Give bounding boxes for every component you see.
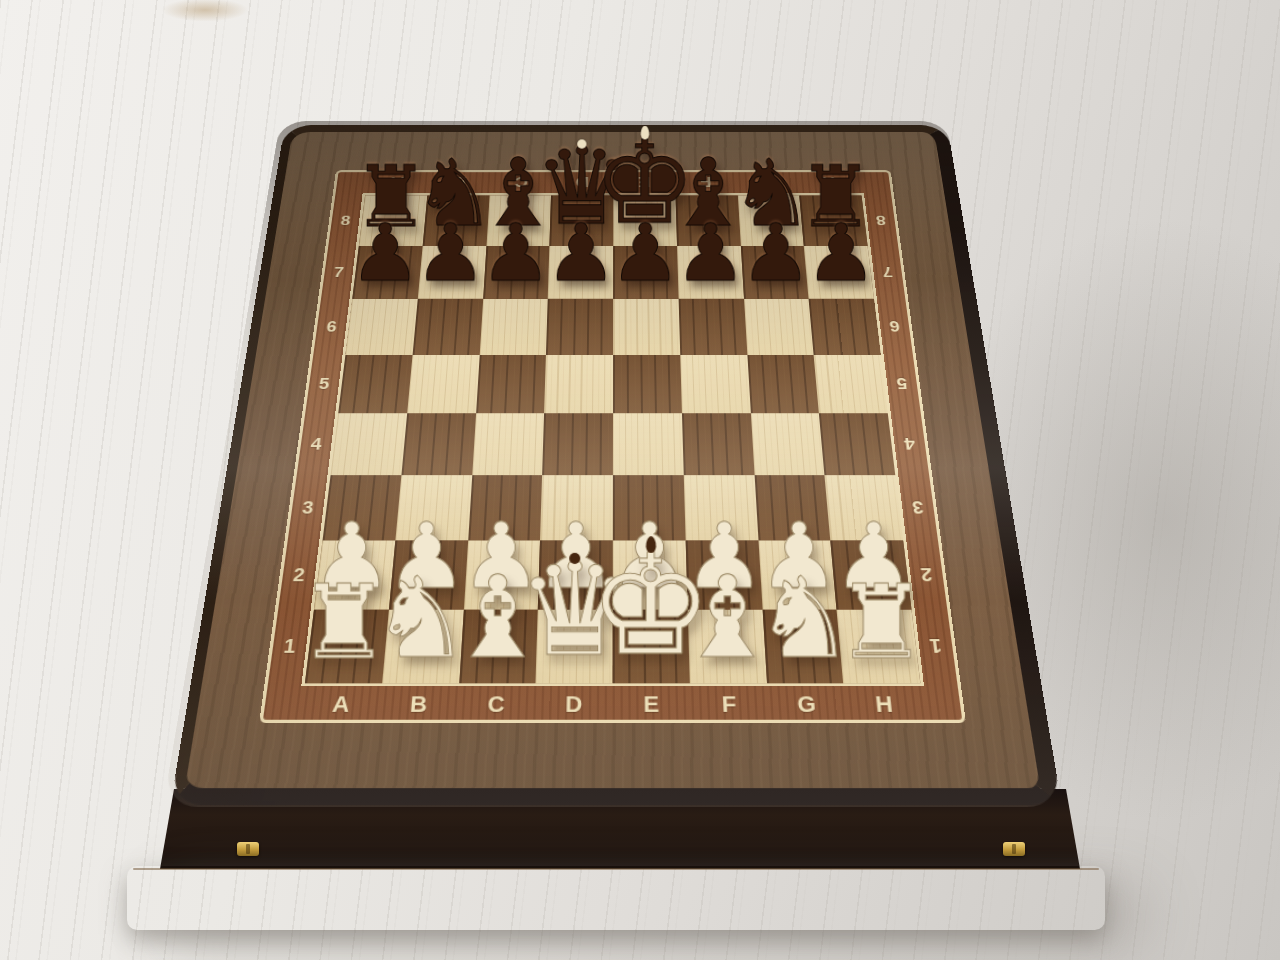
finial-light-tip (577, 139, 586, 148)
square-g6[interactable] (744, 299, 814, 355)
square-b4[interactable] (401, 413, 475, 475)
square-d7[interactable]: ♟ (548, 246, 613, 299)
square-g1[interactable]: ♞ (762, 610, 843, 683)
piece-black-pawn[interactable]: ♟ (480, 213, 551, 292)
square-b7[interactable]: ♟ (418, 246, 487, 299)
file-label-f-bottom: F (690, 686, 769, 719)
square-e5[interactable] (613, 355, 682, 414)
board-squares: ♜♞♝♛♚♝♞♜♟♟♟♟♟♟♟♟♟♟♟♟♟♟♟♟♜♞♝♛♚♝♞♜ (301, 193, 924, 686)
square-g5[interactable] (747, 355, 819, 414)
latch-pin-icon (1012, 844, 1016, 854)
square-d4[interactable] (542, 413, 613, 475)
square-d5[interactable] (544, 355, 613, 414)
square-c6[interactable] (479, 299, 548, 355)
square-e7[interactable]: ♟ (613, 246, 678, 299)
coordinate-ring: ABCDEFGH ABCDEFGH 87654321 87654321 ♜♞♝♛… (259, 170, 966, 723)
file-labels-bottom: ABCDEFGH (300, 686, 924, 719)
file-label-c-bottom: C (457, 686, 536, 719)
piece-black-pawn[interactable]: ♟ (675, 213, 746, 292)
piece-black-pawn[interactable]: ♟ (610, 213, 681, 292)
square-d6[interactable] (546, 299, 613, 355)
chess-box-lid: ABCDEFGH ABCDEFGH 87654321 87654321 ♜♞♝♛… (170, 125, 1061, 804)
square-f4[interactable] (682, 413, 754, 475)
desk-surface: ABCDEFGH ABCDEFGH 87654321 87654321 ♜♞♝♛… (0, 0, 1280, 960)
piece-black-pawn[interactable]: ♟ (805, 213, 876, 292)
square-g4[interactable] (750, 413, 824, 475)
file-label-g-bottom: G (767, 686, 847, 719)
piece-white-rook[interactable]: ♜ (835, 572, 927, 675)
square-f5[interactable] (680, 355, 750, 414)
finial-light-tip (641, 126, 649, 140)
square-h4[interactable] (819, 413, 895, 475)
piece-black-pawn[interactable]: ♟ (415, 213, 486, 292)
chess-box-base (127, 866, 1105, 930)
latch-pin-icon (246, 844, 250, 854)
square-a4[interactable] (331, 413, 407, 475)
finial-dark-tip (569, 553, 580, 564)
file-label-e-bottom: E (613, 686, 691, 719)
square-e6[interactable] (613, 299, 680, 355)
square-c4[interactable] (472, 413, 545, 475)
square-b6[interactable] (412, 299, 482, 355)
square-h7[interactable]: ♟ (804, 246, 874, 299)
square-e4[interactable] (613, 413, 684, 475)
square-h1[interactable]: ♜ (837, 610, 921, 683)
piece-black-pawn[interactable]: ♟ (740, 213, 811, 292)
piece-black-pawn[interactable]: ♟ (545, 213, 616, 292)
square-f7[interactable]: ♟ (677, 246, 744, 299)
square-a6[interactable] (345, 299, 417, 355)
file-label-b-bottom: B (378, 686, 458, 719)
file-label-d-bottom: D (535, 686, 613, 719)
square-c7[interactable]: ♟ (483, 246, 550, 299)
rank-label-6-right: 6 (877, 299, 913, 355)
square-h6[interactable] (809, 299, 881, 355)
piece-black-pawn[interactable]: ♟ (350, 213, 421, 292)
file-label-h-bottom: H (844, 686, 925, 719)
rank-label-6-left: 6 (313, 299, 349, 355)
square-h5[interactable] (814, 355, 888, 414)
square-b5[interactable] (407, 355, 479, 414)
square-c5[interactable] (476, 355, 547, 414)
brass-latch-left[interactable] (237, 842, 259, 856)
square-f6[interactable] (678, 299, 747, 355)
brass-latch-right[interactable] (1003, 842, 1025, 856)
finial-dark-tip (646, 536, 656, 553)
square-g7[interactable]: ♟ (740, 246, 808, 299)
file-label-a-bottom: A (300, 686, 381, 719)
square-a7[interactable]: ♟ (352, 246, 422, 299)
square-a5[interactable] (338, 355, 412, 414)
